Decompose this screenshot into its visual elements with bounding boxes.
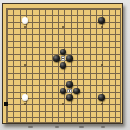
- black-stone: [53, 55, 60, 62]
- black-stone: [98, 17, 105, 24]
- star-point: [62, 103, 64, 105]
- black-stone: [66, 81, 73, 88]
- black-stone: [98, 94, 105, 101]
- star-point: [62, 26, 64, 28]
- table-edge-smudge: [28, 126, 33, 128]
- black-stone: [73, 88, 80, 95]
- white-square-marker: [67, 89, 71, 93]
- white-stone: [22, 94, 29, 101]
- star-point: [24, 103, 26, 105]
- star-point: [24, 64, 26, 66]
- white-square-marker: [61, 56, 65, 60]
- star-point: [101, 26, 103, 28]
- table-edge-smudge: [101, 126, 105, 128]
- white-stone: [22, 17, 29, 24]
- black-square-marker: [4, 102, 8, 106]
- star-point: [24, 26, 26, 28]
- table-edge-smudge: [79, 126, 84, 128]
- black-stone: [60, 88, 67, 95]
- table-edge-smudge: [55, 126, 59, 128]
- black-stone: [66, 94, 73, 101]
- black-stone: [66, 55, 73, 62]
- star-point: [101, 64, 103, 66]
- screenshot-stage: [0, 0, 130, 130]
- star-point: [101, 103, 103, 105]
- go-intersections[interactable]: [3, 5, 124, 126]
- black-stone: [60, 49, 67, 56]
- go-board[interactable]: [2, 3, 123, 124]
- black-stone: [60, 62, 67, 69]
